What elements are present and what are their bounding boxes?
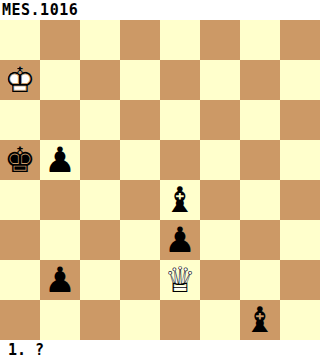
square-h6[interactable]	[280, 100, 320, 140]
square-d3[interactable]	[120, 220, 160, 260]
black-pawn-glyph: ♟	[40, 260, 80, 300]
square-a2[interactable]	[0, 260, 40, 300]
piece-white-queen: ♛♕	[160, 260, 200, 300]
square-e4[interactable]: ♝	[160, 180, 200, 220]
square-d6[interactable]	[120, 100, 160, 140]
square-f3[interactable]	[200, 220, 240, 260]
square-e3[interactable]: ♟	[160, 220, 200, 260]
square-h3[interactable]	[280, 220, 320, 260]
piece-black-king: ♚	[0, 140, 40, 180]
square-f6[interactable]	[200, 100, 240, 140]
square-c1[interactable]	[80, 300, 120, 340]
square-e5[interactable]	[160, 140, 200, 180]
square-a4[interactable]	[0, 180, 40, 220]
square-f4[interactable]	[200, 180, 240, 220]
black-bishop-glyph: ♝	[160, 180, 200, 220]
square-c5[interactable]	[80, 140, 120, 180]
square-d2[interactable]	[120, 260, 160, 300]
square-c6[interactable]	[80, 100, 120, 140]
square-g5[interactable]	[240, 140, 280, 180]
black-king-glyph: ♚	[0, 140, 40, 180]
square-a7[interactable]: ♚♔	[0, 60, 40, 100]
piece-black-bishop: ♝	[240, 300, 280, 340]
chess-board: ♚♔♚♟♝♟♟♛♕♝	[0, 20, 320, 340]
square-h8[interactable]	[280, 20, 320, 60]
square-e1[interactable]	[160, 300, 200, 340]
square-g1[interactable]: ♝	[240, 300, 280, 340]
square-f2[interactable]	[200, 260, 240, 300]
black-bishop-glyph: ♝	[240, 300, 280, 340]
square-a3[interactable]	[0, 220, 40, 260]
square-f1[interactable]	[200, 300, 240, 340]
move-prompt: 1. ?	[0, 340, 320, 360]
square-g3[interactable]	[240, 220, 280, 260]
square-d1[interactable]	[120, 300, 160, 340]
puzzle-title: MES.1016	[0, 0, 320, 20]
square-b6[interactable]	[40, 100, 80, 140]
square-b1[interactable]	[40, 300, 80, 340]
square-g6[interactable]	[240, 100, 280, 140]
piece-white-king: ♚♔	[0, 60, 40, 100]
square-e2[interactable]: ♛♕	[160, 260, 200, 300]
square-h7[interactable]	[280, 60, 320, 100]
square-f8[interactable]	[200, 20, 240, 60]
square-g4[interactable]	[240, 180, 280, 220]
piece-black-pawn: ♟	[40, 140, 80, 180]
square-a5[interactable]: ♚	[0, 140, 40, 180]
square-g7[interactable]	[240, 60, 280, 100]
square-e8[interactable]	[160, 20, 200, 60]
square-b2[interactable]: ♟	[40, 260, 80, 300]
square-g2[interactable]	[240, 260, 280, 300]
square-g8[interactable]	[240, 20, 280, 60]
black-pawn-glyph: ♟	[160, 220, 200, 260]
square-c8[interactable]	[80, 20, 120, 60]
square-d4[interactable]	[120, 180, 160, 220]
square-e6[interactable]	[160, 100, 200, 140]
square-h1[interactable]	[280, 300, 320, 340]
square-b7[interactable]	[40, 60, 80, 100]
square-a8[interactable]	[0, 20, 40, 60]
square-f7[interactable]	[200, 60, 240, 100]
white-king-outline-glyph: ♔	[0, 60, 40, 100]
square-b3[interactable]	[40, 220, 80, 260]
square-d8[interactable]	[120, 20, 160, 60]
square-c3[interactable]	[80, 220, 120, 260]
square-c7[interactable]	[80, 60, 120, 100]
square-b8[interactable]	[40, 20, 80, 60]
piece-black-bishop: ♝	[160, 180, 200, 220]
square-a6[interactable]	[0, 100, 40, 140]
square-h2[interactable]	[280, 260, 320, 300]
square-c4[interactable]	[80, 180, 120, 220]
square-h5[interactable]	[280, 140, 320, 180]
piece-black-pawn: ♟	[40, 260, 80, 300]
white-queen-outline-glyph: ♕	[160, 260, 200, 300]
square-d5[interactable]	[120, 140, 160, 180]
square-h4[interactable]	[280, 180, 320, 220]
piece-black-pawn: ♟	[160, 220, 200, 260]
square-b4[interactable]	[40, 180, 80, 220]
square-c2[interactable]	[80, 260, 120, 300]
square-d7[interactable]	[120, 60, 160, 100]
black-pawn-glyph: ♟	[40, 140, 80, 180]
square-f5[interactable]	[200, 140, 240, 180]
square-e7[interactable]	[160, 60, 200, 100]
square-a1[interactable]	[0, 300, 40, 340]
square-b5[interactable]: ♟	[40, 140, 80, 180]
